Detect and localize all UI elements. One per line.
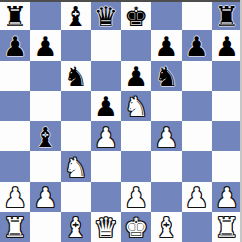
- square-a4[interactable]: [0, 121, 30, 151]
- square-b3[interactable]: [30, 151, 60, 181]
- square-f8[interactable]: [151, 0, 181, 30]
- square-h3[interactable]: [212, 151, 242, 181]
- square-h7[interactable]: ♟: [212, 30, 242, 60]
- piece-white-rook[interactable]: ♜: [3, 214, 27, 241]
- piece-black-pawn[interactable]: ♟: [185, 33, 209, 60]
- square-d5[interactable]: ♟: [91, 91, 121, 121]
- square-g2[interactable]: ♟: [182, 182, 212, 212]
- piece-white-knight[interactable]: ♞: [124, 93, 148, 120]
- square-f3[interactable]: [151, 151, 181, 181]
- piece-white-king[interactable]: ♚: [124, 214, 148, 241]
- piece-white-pawn[interactable]: ♟: [3, 184, 27, 211]
- square-b1[interactable]: [30, 212, 60, 242]
- piece-white-pawn[interactable]: ♟: [185, 184, 209, 211]
- piece-white-pawn[interactable]: ♟: [94, 124, 118, 151]
- square-c5[interactable]: [61, 91, 91, 121]
- square-f5[interactable]: [151, 91, 181, 121]
- square-f6[interactable]: ♞: [151, 61, 181, 91]
- piece-black-queen[interactable]: ♛: [94, 3, 118, 30]
- square-g3[interactable]: [182, 151, 212, 181]
- square-a1[interactable]: ♜: [0, 212, 30, 242]
- board-top-edge: [0, 0, 242, 2]
- square-e8[interactable]: ♚: [121, 0, 151, 30]
- square-d6[interactable]: [91, 61, 121, 91]
- square-e1[interactable]: ♚: [121, 212, 151, 242]
- square-d3[interactable]: [91, 151, 121, 181]
- square-e2[interactable]: ♟: [121, 182, 151, 212]
- square-h6[interactable]: [212, 61, 242, 91]
- square-a2[interactable]: ♟: [0, 182, 30, 212]
- square-f2[interactable]: [151, 182, 181, 212]
- piece-white-bishop[interactable]: ♝: [64, 214, 88, 241]
- square-b4[interactable]: ♝: [30, 121, 60, 151]
- square-g7[interactable]: ♟: [182, 30, 212, 60]
- square-c3[interactable]: ♞: [61, 151, 91, 181]
- square-e7[interactable]: [121, 30, 151, 60]
- square-d1[interactable]: ♛: [91, 212, 121, 242]
- square-c4[interactable]: [61, 121, 91, 151]
- square-e3[interactable]: [121, 151, 151, 181]
- square-c7[interactable]: [61, 30, 91, 60]
- piece-white-queen[interactable]: ♛: [94, 214, 118, 241]
- square-a7[interactable]: ♟: [0, 30, 30, 60]
- piece-black-pawn[interactable]: ♟: [215, 33, 239, 60]
- square-b8[interactable]: [30, 0, 60, 30]
- square-d8[interactable]: ♛: [91, 0, 121, 30]
- piece-black-knight[interactable]: ♞: [154, 63, 178, 90]
- piece-black-pawn[interactable]: ♟: [154, 33, 178, 60]
- square-g6[interactable]: [182, 61, 212, 91]
- square-f4[interactable]: ♟: [151, 121, 181, 151]
- piece-white-rook[interactable]: ♜: [215, 214, 239, 241]
- square-g1[interactable]: [182, 212, 212, 242]
- square-a8[interactable]: ♜: [0, 0, 30, 30]
- square-d4[interactable]: ♟: [91, 121, 121, 151]
- square-h2[interactable]: ♟: [212, 182, 242, 212]
- piece-black-king[interactable]: ♚: [124, 3, 148, 30]
- chess-app: ♜♝♛♚♜♟♟♟♟♟♞♟♞♟♞♝♟♟♞♟♟♟♟♟♜♝♛♚♝♜: [0, 0, 242, 242]
- square-f1[interactable]: ♝: [151, 212, 181, 242]
- piece-black-rook[interactable]: ♜: [3, 3, 27, 30]
- square-e5[interactable]: ♞: [121, 91, 151, 121]
- piece-black-rook[interactable]: ♜: [215, 3, 239, 30]
- piece-white-pawn[interactable]: ♟: [124, 184, 148, 211]
- piece-black-knight[interactable]: ♞: [64, 63, 88, 90]
- piece-white-pawn[interactable]: ♟: [154, 124, 178, 151]
- square-b5[interactable]: [30, 91, 60, 121]
- square-h8[interactable]: ♜: [212, 0, 242, 30]
- piece-black-pawn[interactable]: ♟: [3, 33, 27, 60]
- piece-white-bishop[interactable]: ♝: [154, 214, 178, 241]
- square-c6[interactable]: ♞: [61, 61, 91, 91]
- square-f7[interactable]: ♟: [151, 30, 181, 60]
- square-b6[interactable]: [30, 61, 60, 91]
- piece-white-knight[interactable]: ♞: [64, 154, 88, 181]
- square-g8[interactable]: [182, 0, 212, 30]
- piece-black-pawn[interactable]: ♟: [124, 63, 148, 90]
- square-g5[interactable]: [182, 91, 212, 121]
- square-h5[interactable]: [212, 91, 242, 121]
- square-c1[interactable]: ♝: [61, 212, 91, 242]
- square-a5[interactable]: [0, 91, 30, 121]
- square-b7[interactable]: ♟: [30, 30, 60, 60]
- square-h1[interactable]: ♜: [212, 212, 242, 242]
- square-h4[interactable]: [212, 121, 242, 151]
- square-g4[interactable]: [182, 121, 212, 151]
- square-c2[interactable]: [61, 182, 91, 212]
- chess-board: ♜♝♛♚♜♟♟♟♟♟♞♟♞♟♞♝♟♟♞♟♟♟♟♟♜♝♛♚♝♜: [0, 0, 242, 242]
- square-b2[interactable]: ♟: [30, 182, 60, 212]
- square-a6[interactable]: [0, 61, 30, 91]
- piece-black-bishop[interactable]: ♝: [33, 124, 57, 151]
- piece-white-pawn[interactable]: ♟: [33, 184, 57, 211]
- square-c8[interactable]: ♝: [61, 0, 91, 30]
- square-d2[interactable]: [91, 182, 121, 212]
- square-e6[interactable]: ♟: [121, 61, 151, 91]
- piece-black-bishop[interactable]: ♝: [64, 3, 88, 30]
- square-d7[interactable]: [91, 30, 121, 60]
- piece-white-pawn[interactable]: ♟: [215, 184, 239, 211]
- square-e4[interactable]: [121, 121, 151, 151]
- piece-black-pawn[interactable]: ♟: [94, 93, 118, 120]
- board-right-edge: [240, 0, 242, 242]
- piece-black-pawn[interactable]: ♟: [33, 33, 57, 60]
- square-a3[interactable]: [0, 151, 30, 181]
